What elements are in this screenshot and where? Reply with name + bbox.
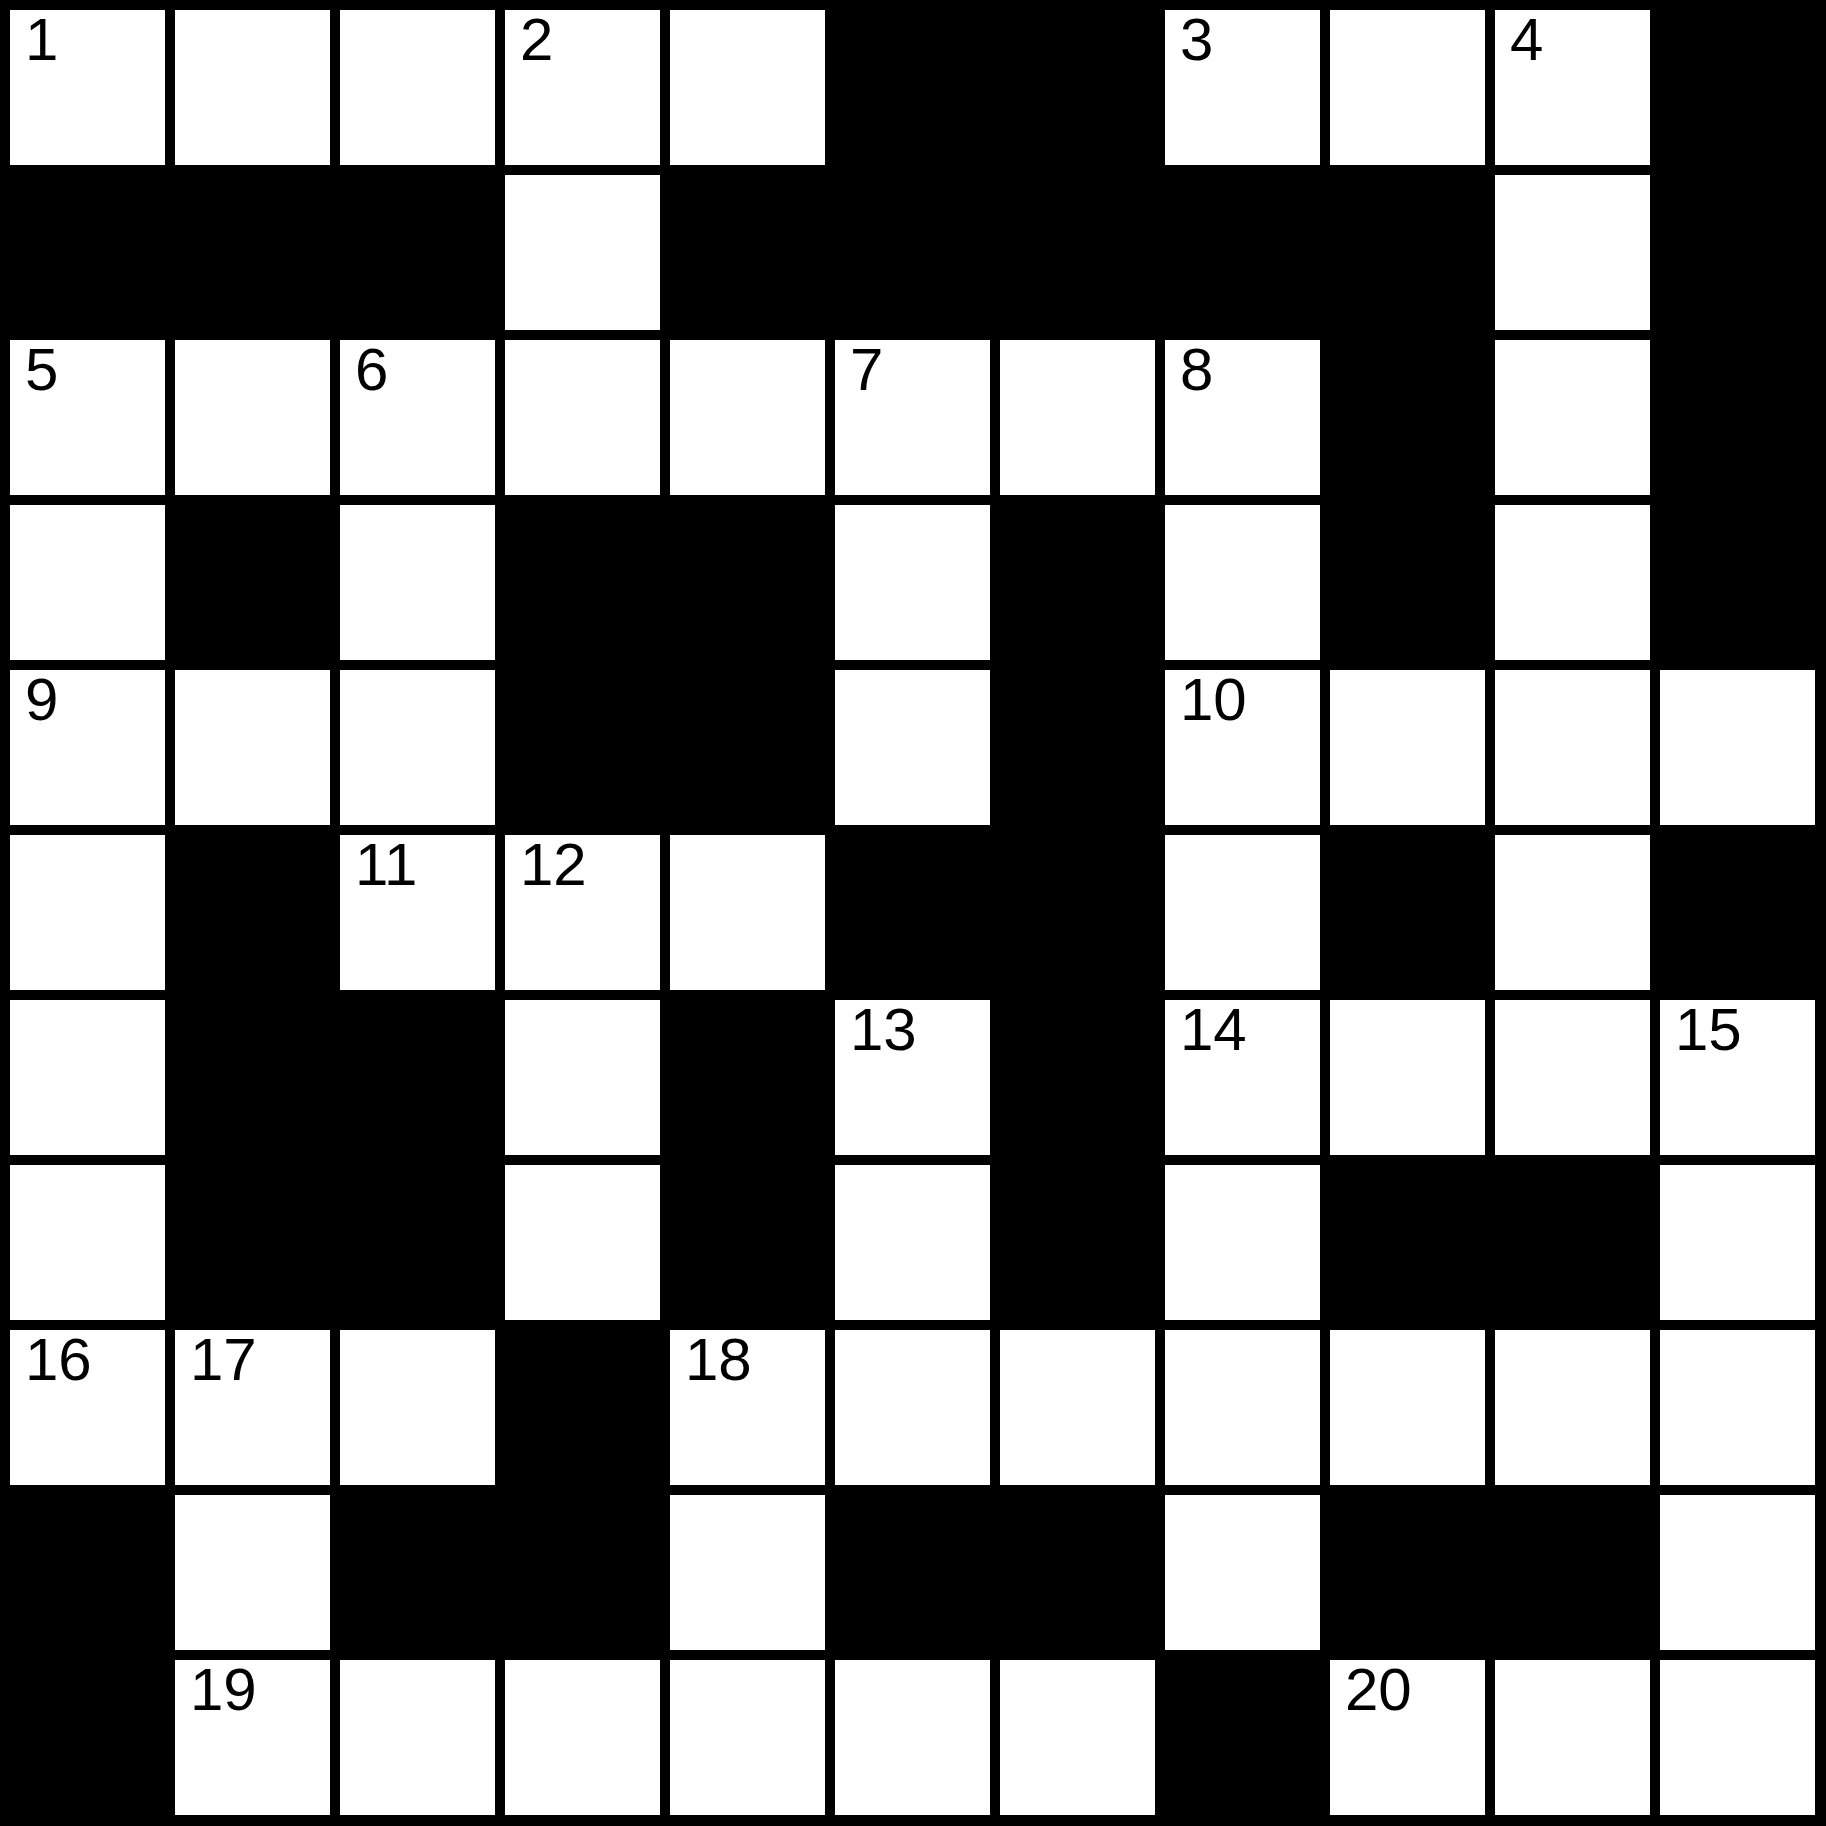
cell-r1c7 — [1000, 10, 1155, 165]
cell-r10c3 — [340, 1495, 495, 1650]
cell-r4c11 — [1660, 505, 1815, 660]
cell-r11c5[interactable] — [670, 1660, 825, 1815]
cell-r5c3[interactable] — [340, 670, 495, 825]
cell-r3c7[interactable] — [1000, 340, 1155, 495]
clue-number-6: 6 — [355, 340, 388, 400]
cell-r10c4 — [505, 1495, 660, 1650]
cell-r6c1[interactable] — [10, 835, 165, 990]
cell-r7c9[interactable] — [1330, 1000, 1485, 1155]
cell-r2c7 — [1000, 175, 1155, 330]
clue-number-5: 5 — [25, 340, 58, 400]
cell-r6c7 — [1000, 835, 1155, 990]
cell-r4c7 — [1000, 505, 1155, 660]
cell-r10c8[interactable] — [1165, 1495, 1320, 1650]
cell-r10c10 — [1495, 1495, 1650, 1650]
cell-r1c1[interactable]: 1 — [10, 10, 165, 165]
cell-r11c11[interactable] — [1660, 1660, 1815, 1815]
cell-r7c1[interactable] — [10, 1000, 165, 1155]
cell-r1c2[interactable] — [175, 10, 330, 165]
cell-r5c6[interactable] — [835, 670, 990, 825]
clue-number-3: 3 — [1180, 10, 1213, 70]
clue-number-17: 17 — [190, 1330, 257, 1390]
cell-r6c4[interactable]: 12 — [505, 835, 660, 990]
cell-r4c6[interactable] — [835, 505, 990, 660]
cell-r8c4[interactable] — [505, 1165, 660, 1320]
cell-r10c7 — [1000, 1495, 1155, 1650]
cell-r2c11 — [1660, 175, 1815, 330]
cell-r10c1 — [10, 1495, 165, 1650]
cell-r11c4[interactable] — [505, 1660, 660, 1815]
cell-r9c9[interactable] — [1330, 1330, 1485, 1485]
clue-number-11: 11 — [355, 835, 417, 895]
cell-r8c10 — [1495, 1165, 1650, 1320]
cell-r3c8[interactable]: 8 — [1165, 340, 1320, 495]
cell-r6c3[interactable]: 11 — [340, 835, 495, 990]
clue-number-20: 20 — [1345, 1660, 1412, 1720]
clue-number-15: 15 — [1675, 1000, 1742, 1060]
cell-r1c9[interactable] — [1330, 10, 1485, 165]
cell-r10c5[interactable] — [670, 1495, 825, 1650]
cell-r5c10[interactable] — [1495, 670, 1650, 825]
cell-r11c9[interactable]: 20 — [1330, 1660, 1485, 1815]
cell-r2c10[interactable] — [1495, 175, 1650, 330]
cell-r5c4 — [505, 670, 660, 825]
cell-r5c11[interactable] — [1660, 670, 1815, 825]
cell-r11c7[interactable] — [1000, 1660, 1155, 1815]
cell-r6c5[interactable] — [670, 835, 825, 990]
cell-r9c8[interactable] — [1165, 1330, 1320, 1485]
cell-r4c10[interactable] — [1495, 505, 1650, 660]
cell-r7c7 — [1000, 1000, 1155, 1155]
cell-r11c3[interactable] — [340, 1660, 495, 1815]
cell-r5c5 — [670, 670, 825, 825]
cell-r4c2 — [175, 505, 330, 660]
cell-r3c10[interactable] — [1495, 340, 1650, 495]
clue-number-16: 16 — [25, 1330, 92, 1390]
clue-number-18: 18 — [685, 1330, 752, 1390]
cell-r3c9 — [1330, 340, 1485, 495]
cell-r10c11[interactable] — [1660, 1495, 1815, 1650]
cell-r3c11 — [1660, 340, 1815, 495]
cell-r7c11[interactable]: 15 — [1660, 1000, 1815, 1155]
cell-r6c11 — [1660, 835, 1815, 990]
cell-r11c2[interactable]: 19 — [175, 1660, 330, 1815]
cell-r2c4[interactable] — [505, 175, 660, 330]
cell-r3c2[interactable] — [175, 340, 330, 495]
cell-r6c2 — [175, 835, 330, 990]
cell-r9c6[interactable] — [835, 1330, 990, 1485]
cell-r9c11[interactable] — [1660, 1330, 1815, 1485]
cell-r5c9[interactable] — [1330, 670, 1485, 825]
cell-r2c5 — [670, 175, 825, 330]
cell-r3c3[interactable]: 6 — [340, 340, 495, 495]
cell-r9c4 — [505, 1330, 660, 1485]
cell-r8c5 — [670, 1165, 825, 1320]
cell-r4c4 — [505, 505, 660, 660]
cell-r5c1[interactable]: 9 — [10, 670, 165, 825]
cell-r9c2[interactable]: 17 — [175, 1330, 330, 1485]
cell-r7c6[interactable]: 13 — [835, 1000, 990, 1155]
cell-r8c3 — [340, 1165, 495, 1320]
cell-r6c9 — [1330, 835, 1485, 990]
cell-r1c8[interactable]: 3 — [1165, 10, 1320, 165]
clue-number-13: 13 — [850, 1000, 917, 1060]
cell-r8c1[interactable] — [10, 1165, 165, 1320]
cell-r7c10[interactable] — [1495, 1000, 1650, 1155]
cell-r6c10[interactable] — [1495, 835, 1650, 990]
cell-r1c6 — [835, 10, 990, 165]
cell-r9c3[interactable] — [340, 1330, 495, 1485]
cell-r2c9 — [1330, 175, 1485, 330]
cell-r1c11 — [1660, 10, 1815, 165]
cell-r10c6 — [835, 1495, 990, 1650]
clue-number-19: 19 — [190, 1660, 257, 1720]
cell-r1c3[interactable] — [340, 10, 495, 165]
cell-r4c8[interactable] — [1165, 505, 1320, 660]
cell-r7c2 — [175, 1000, 330, 1155]
cell-r4c5 — [670, 505, 825, 660]
cell-r7c8[interactable]: 14 — [1165, 1000, 1320, 1155]
cell-r9c10[interactable] — [1495, 1330, 1650, 1485]
clue-number-9: 9 — [25, 670, 58, 730]
cell-r2c1 — [10, 175, 165, 330]
cell-r8c2 — [175, 1165, 330, 1320]
cell-r3c6[interactable]: 7 — [835, 340, 990, 495]
cell-r1c4[interactable]: 2 — [505, 10, 660, 165]
cell-r7c5 — [670, 1000, 825, 1155]
cell-r8c11[interactable] — [1660, 1165, 1815, 1320]
cell-r4c3[interactable] — [340, 505, 495, 660]
cell-r3c1[interactable]: 5 — [10, 340, 165, 495]
cell-r11c8 — [1165, 1660, 1320, 1815]
cell-r8c8[interactable] — [1165, 1165, 1320, 1320]
cell-r7c3 — [340, 1000, 495, 1155]
cell-r2c8 — [1165, 175, 1320, 330]
cell-r7c4[interactable] — [505, 1000, 660, 1155]
cell-r4c1[interactable] — [10, 505, 165, 660]
cell-r8c7 — [1000, 1165, 1155, 1320]
clue-number-2: 2 — [520, 10, 553, 70]
cell-r5c7 — [1000, 670, 1155, 825]
cell-r9c5[interactable]: 18 — [670, 1330, 825, 1485]
clue-number-10: 10 — [1180, 670, 1247, 730]
clue-number-7: 7 — [850, 340, 883, 400]
cell-r6c6 — [835, 835, 990, 990]
crossword-grid: 1234567891011121314151617181920 — [0, 0, 1826, 1826]
clue-number-8: 8 — [1180, 340, 1213, 400]
cell-r10c9 — [1330, 1495, 1485, 1650]
cell-r1c5[interactable] — [670, 10, 825, 165]
clue-number-14: 14 — [1180, 1000, 1247, 1060]
clue-number-1: 1 — [25, 10, 58, 70]
cell-r2c3 — [340, 175, 495, 330]
cell-r11c10[interactable] — [1495, 1660, 1650, 1815]
cell-r4c9 — [1330, 505, 1485, 660]
cell-r9c1[interactable]: 16 — [10, 1330, 165, 1485]
cell-r2c2 — [175, 175, 330, 330]
cell-r9c7[interactable] — [1000, 1330, 1155, 1485]
clue-number-4: 4 — [1510, 10, 1543, 70]
cell-r8c9 — [1330, 1165, 1485, 1320]
cell-r11c1 — [10, 1660, 165, 1815]
cell-r5c2[interactable] — [175, 670, 330, 825]
cell-r8c6[interactable] — [835, 1165, 990, 1320]
cell-r11c6[interactable] — [835, 1660, 990, 1815]
cell-r1c10[interactable]: 4 — [1495, 10, 1650, 165]
cell-r2c6 — [835, 175, 990, 330]
cell-r3c5[interactable] — [670, 340, 825, 495]
cell-r3c4[interactable] — [505, 340, 660, 495]
cell-r6c8[interactable] — [1165, 835, 1320, 990]
cell-r5c8[interactable]: 10 — [1165, 670, 1320, 825]
clue-number-12: 12 — [520, 835, 587, 895]
cell-r10c2[interactable] — [175, 1495, 330, 1650]
